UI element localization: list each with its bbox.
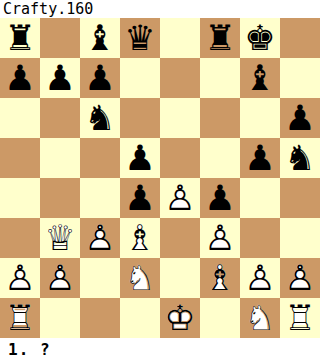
square-b6[interactable] [40,98,80,138]
square-e2[interactable] [160,258,200,298]
square-g2[interactable]: ♟♙ [240,258,280,298]
piece-white-pawn: ♟♙ [240,258,280,298]
chess-board: ♜♝♛♜♚♟♟♟♝♞♟♟♟♞♟♟♙♟♛♕♟♙♝♗♟♙♟♙♟♙♞♘♝♗♟♙♟♙♜♖… [0,18,320,338]
square-h6[interactable]: ♟ [280,98,320,138]
piece-black-bishop: ♝ [80,18,120,58]
piece-black-knight: ♞ [80,98,120,138]
square-g1[interactable]: ♞♘ [240,298,280,338]
square-f3[interactable]: ♟♙ [200,218,240,258]
square-h7[interactable] [280,58,320,98]
square-e7[interactable] [160,58,200,98]
piece-white-pawn: ♟♙ [200,218,240,258]
square-d6[interactable] [120,98,160,138]
piece-white-pawn: ♟♙ [80,218,120,258]
piece-black-pawn: ♟ [40,58,80,98]
square-d3[interactable]: ♝♗ [120,218,160,258]
square-g6[interactable] [240,98,280,138]
square-c6[interactable]: ♞ [80,98,120,138]
square-b4[interactable] [40,178,80,218]
move-prompt: 1. ? [0,340,51,359]
square-e8[interactable] [160,18,200,58]
square-a2[interactable]: ♟♙ [0,258,40,298]
square-b5[interactable] [40,138,80,178]
square-c8[interactable]: ♝ [80,18,120,58]
square-e3[interactable] [160,218,200,258]
square-a3[interactable] [0,218,40,258]
square-d5[interactable]: ♟ [120,138,160,178]
square-e5[interactable] [160,138,200,178]
piece-black-queen: ♛ [120,18,160,58]
square-d2[interactable]: ♞♘ [120,258,160,298]
piece-black-rook: ♜ [200,18,240,58]
square-b1[interactable] [40,298,80,338]
piece-white-pawn: ♟♙ [280,258,320,298]
square-d8[interactable]: ♛ [120,18,160,58]
square-f8[interactable]: ♜ [200,18,240,58]
square-f7[interactable] [200,58,240,98]
piece-black-rook: ♜ [0,18,40,58]
piece-black-pawn: ♟ [280,98,320,138]
square-g8[interactable]: ♚ [240,18,280,58]
square-a4[interactable] [0,178,40,218]
square-d7[interactable] [120,58,160,98]
piece-white-pawn: ♟♙ [0,258,40,298]
square-e1[interactable]: ♚♔ [160,298,200,338]
square-f2[interactable]: ♝♗ [200,258,240,298]
square-a5[interactable] [0,138,40,178]
piece-black-pawn: ♟ [120,178,160,218]
piece-black-bishop: ♝ [240,58,280,98]
square-h3[interactable] [280,218,320,258]
piece-white-knight: ♞♘ [240,298,280,338]
piece-white-bishop: ♝♗ [120,218,160,258]
square-h5[interactable]: ♞ [280,138,320,178]
piece-white-knight: ♞♘ [120,258,160,298]
square-e4[interactable]: ♟♙ [160,178,200,218]
square-d4[interactable]: ♟ [120,178,160,218]
piece-black-pawn: ♟ [80,58,120,98]
square-c2[interactable] [80,258,120,298]
square-c3[interactable]: ♟♙ [80,218,120,258]
square-a8[interactable]: ♜ [0,18,40,58]
title-bar: Crafty.160 [0,0,320,18]
square-h4[interactable] [280,178,320,218]
square-f6[interactable] [200,98,240,138]
square-c5[interactable] [80,138,120,178]
square-g4[interactable] [240,178,280,218]
square-d1[interactable] [120,298,160,338]
square-g5[interactable]: ♟ [240,138,280,178]
piece-white-queen: ♛♕ [40,218,80,258]
square-b2[interactable]: ♟♙ [40,258,80,298]
piece-white-rook: ♜♖ [0,298,40,338]
window-title: Crafty.160 [0,0,93,18]
square-b7[interactable]: ♟ [40,58,80,98]
crafty-window: Crafty.160 ♜♝♛♜♚♟♟♟♝♞♟♟♟♞♟♟♙♟♛♕♟♙♝♗♟♙♟♙♟… [0,0,320,360]
piece-black-pawn: ♟ [0,58,40,98]
square-a6[interactable] [0,98,40,138]
square-c1[interactable] [80,298,120,338]
square-g7[interactable]: ♝ [240,58,280,98]
square-a7[interactable]: ♟ [0,58,40,98]
square-e6[interactable] [160,98,200,138]
square-b8[interactable] [40,18,80,58]
piece-black-king: ♚ [240,18,280,58]
square-f1[interactable] [200,298,240,338]
square-g3[interactable] [240,218,280,258]
square-h1[interactable]: ♜♖ [280,298,320,338]
piece-white-pawn: ♟♙ [160,178,200,218]
square-f4[interactable]: ♟ [200,178,240,218]
square-h8[interactable] [280,18,320,58]
square-h2[interactable]: ♟♙ [280,258,320,298]
piece-white-pawn: ♟♙ [40,258,80,298]
piece-black-knight: ♞ [280,138,320,178]
piece-black-pawn: ♟ [200,178,240,218]
square-c4[interactable] [80,178,120,218]
piece-white-bishop: ♝♗ [200,258,240,298]
piece-black-pawn: ♟ [240,138,280,178]
piece-white-king: ♚♔ [160,298,200,338]
piece-white-rook: ♜♖ [280,298,320,338]
square-a1[interactable]: ♜♖ [0,298,40,338]
square-c7[interactable]: ♟ [80,58,120,98]
piece-black-pawn: ♟ [120,138,160,178]
square-f5[interactable] [200,138,240,178]
square-b3[interactable]: ♛♕ [40,218,80,258]
status-bar: 1. ? [0,338,320,360]
